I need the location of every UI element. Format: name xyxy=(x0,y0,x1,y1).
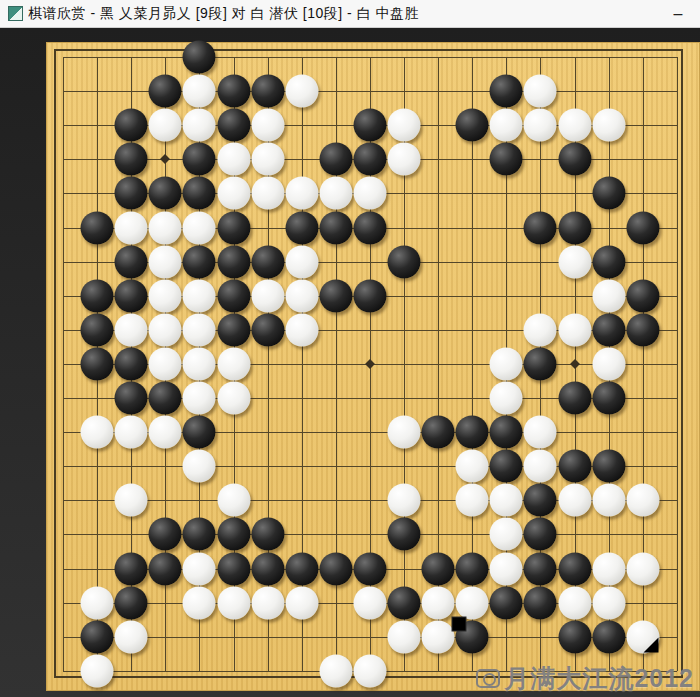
white-stone[interactable] xyxy=(388,416,421,449)
white-stone[interactable] xyxy=(217,586,250,619)
black-stone[interactable] xyxy=(592,313,625,346)
white-stone[interactable] xyxy=(285,245,318,278)
window-title: 棋谱欣赏 - 黑 乂菜月昴乂 [9段] 对 白 潜伏 [10段] - 白 中盘胜 xyxy=(28,5,419,23)
black-stone[interactable] xyxy=(592,620,625,653)
black-stone[interactable] xyxy=(251,75,284,108)
board-frame xyxy=(0,28,700,697)
black-stone[interactable] xyxy=(183,518,216,551)
black-stone[interactable] xyxy=(251,245,284,278)
white-stone[interactable] xyxy=(183,279,216,312)
black-stone[interactable] xyxy=(217,211,250,244)
white-stone[interactable] xyxy=(217,382,250,415)
black-stone[interactable] xyxy=(626,211,659,244)
black-stone[interactable] xyxy=(183,41,216,74)
white-stone[interactable] xyxy=(149,109,182,142)
black-stone[interactable] xyxy=(592,450,625,483)
white-stone[interactable] xyxy=(183,382,216,415)
black-stone[interactable] xyxy=(558,620,591,653)
black-stone[interactable] xyxy=(388,518,421,551)
white-stone[interactable] xyxy=(115,416,148,449)
black-stone[interactable] xyxy=(149,518,182,551)
white-stone[interactable] xyxy=(217,143,250,176)
black-stone[interactable] xyxy=(524,347,557,380)
white-stone[interactable] xyxy=(524,75,557,108)
black-stone[interactable] xyxy=(490,75,523,108)
white-stone[interactable] xyxy=(81,654,114,687)
black-stone[interactable] xyxy=(81,211,114,244)
white-stone[interactable] xyxy=(388,484,421,517)
black-stone[interactable] xyxy=(388,586,421,619)
white-stone[interactable] xyxy=(183,586,216,619)
black-stone[interactable] xyxy=(217,279,250,312)
black-stone[interactable] xyxy=(149,552,182,585)
black-stone[interactable] xyxy=(353,211,386,244)
black-stone[interactable] xyxy=(217,552,250,585)
white-stone[interactable] xyxy=(524,313,557,346)
white-stone[interactable] xyxy=(353,177,386,210)
watermark: 月满大江流2012 xyxy=(476,662,694,695)
white-stone[interactable] xyxy=(149,211,182,244)
black-stone[interactable] xyxy=(319,279,352,312)
black-stone[interactable] xyxy=(115,347,148,380)
black-stone[interactable] xyxy=(115,586,148,619)
black-stone[interactable] xyxy=(558,450,591,483)
black-stone[interactable] xyxy=(81,313,114,346)
black-stone[interactable] xyxy=(183,245,216,278)
white-stone[interactable] xyxy=(149,313,182,346)
black-stone[interactable] xyxy=(81,347,114,380)
camera-icon xyxy=(476,669,500,688)
white-stone[interactable] xyxy=(524,450,557,483)
black-stone[interactable] xyxy=(490,586,523,619)
black-stone[interactable] xyxy=(490,143,523,176)
black-stone[interactable] xyxy=(183,416,216,449)
white-stone[interactable] xyxy=(490,518,523,551)
black-stone[interactable] xyxy=(115,552,148,585)
black-stone[interactable] xyxy=(251,518,284,551)
black-stone[interactable] xyxy=(490,450,523,483)
black-stone[interactable] xyxy=(319,211,352,244)
white-stone[interactable] xyxy=(183,109,216,142)
black-stone[interactable] xyxy=(558,382,591,415)
white-stone[interactable] xyxy=(626,552,659,585)
white-stone[interactable] xyxy=(81,586,114,619)
white-stone[interactable] xyxy=(558,109,591,142)
app-window: { "window": { "title": "棋谱欣赏 - 黑 乂菜月昴乂 [… xyxy=(0,0,700,697)
white-stone[interactable] xyxy=(285,586,318,619)
white-stone[interactable] xyxy=(115,211,148,244)
black-stone[interactable] xyxy=(558,211,591,244)
watermark-text: 月满大江流2012 xyxy=(504,662,694,695)
black-stone[interactable] xyxy=(319,552,352,585)
white-stone[interactable] xyxy=(388,109,421,142)
white-stone[interactable] xyxy=(251,143,284,176)
white-stone[interactable] xyxy=(626,484,659,517)
black-stone[interactable] xyxy=(115,109,148,142)
white-stone[interactable] xyxy=(285,75,318,108)
black-stone[interactable] xyxy=(115,279,148,312)
white-stone[interactable] xyxy=(353,586,386,619)
white-stone[interactable] xyxy=(217,484,250,517)
white-stone[interactable] xyxy=(149,416,182,449)
white-stone[interactable] xyxy=(592,484,625,517)
black-stone[interactable] xyxy=(115,177,148,210)
black-stone[interactable] xyxy=(183,177,216,210)
black-stone[interactable] xyxy=(353,143,386,176)
white-stone[interactable] xyxy=(183,552,216,585)
white-stone[interactable] xyxy=(490,382,523,415)
black-stone[interactable] xyxy=(456,109,489,142)
black-stone[interactable] xyxy=(524,484,557,517)
black-stone[interactable] xyxy=(353,279,386,312)
white-stone[interactable] xyxy=(490,347,523,380)
white-stone[interactable] xyxy=(456,450,489,483)
black-stone[interactable] xyxy=(115,382,148,415)
black-stone[interactable] xyxy=(388,245,421,278)
black-stone[interactable] xyxy=(524,211,557,244)
white-stone[interactable] xyxy=(217,347,250,380)
black-stone[interactable] xyxy=(149,177,182,210)
black-stone[interactable] xyxy=(558,143,591,176)
white-stone[interactable] xyxy=(149,245,182,278)
white-stone[interactable] xyxy=(285,279,318,312)
black-stone[interactable] xyxy=(149,75,182,108)
white-stone[interactable] xyxy=(115,313,148,346)
black-stone[interactable] xyxy=(422,552,455,585)
black-stone[interactable] xyxy=(626,313,659,346)
white-stone[interactable] xyxy=(115,484,148,517)
minimize-button[interactable]: – xyxy=(664,1,692,27)
white-stone[interactable] xyxy=(592,552,625,585)
black-stone[interactable] xyxy=(285,211,318,244)
black-stone[interactable] xyxy=(524,518,557,551)
app-icon xyxy=(8,6,23,21)
white-stone[interactable] xyxy=(490,552,523,585)
black-stone[interactable] xyxy=(217,75,250,108)
black-stone[interactable] xyxy=(81,279,114,312)
go-board[interactable] xyxy=(46,42,700,691)
black-stone[interactable] xyxy=(490,416,523,449)
white-stone[interactable] xyxy=(251,586,284,619)
black-stone[interactable] xyxy=(456,552,489,585)
white-stone[interactable] xyxy=(183,347,216,380)
black-stone[interactable] xyxy=(353,109,386,142)
black-stone[interactable] xyxy=(558,552,591,585)
black-stone[interactable] xyxy=(456,416,489,449)
white-stone[interactable] xyxy=(592,586,625,619)
white-stone[interactable] xyxy=(592,109,625,142)
white-stone[interactable] xyxy=(490,484,523,517)
black-stone[interactable] xyxy=(285,552,318,585)
white-stone[interactable] xyxy=(217,177,250,210)
white-stone[interactable] xyxy=(524,416,557,449)
black-stone[interactable] xyxy=(251,552,284,585)
black-stone[interactable] xyxy=(353,552,386,585)
white-stone[interactable] xyxy=(388,620,421,653)
black-stone[interactable] xyxy=(217,245,250,278)
white-stone[interactable] xyxy=(558,484,591,517)
white-stone[interactable] xyxy=(626,620,659,653)
white-stone[interactable] xyxy=(149,347,182,380)
white-stone[interactable] xyxy=(183,313,216,346)
white-stone[interactable] xyxy=(183,211,216,244)
white-stone[interactable] xyxy=(422,620,455,653)
white-stone[interactable] xyxy=(456,484,489,517)
white-stone[interactable] xyxy=(319,654,352,687)
black-stone[interactable] xyxy=(626,279,659,312)
white-stone[interactable] xyxy=(456,586,489,619)
move-marker-square xyxy=(453,617,466,630)
black-stone[interactable] xyxy=(524,586,557,619)
white-stone[interactable] xyxy=(558,313,591,346)
white-stone[interactable] xyxy=(388,143,421,176)
black-stone[interactable] xyxy=(422,416,455,449)
white-stone[interactable] xyxy=(558,245,591,278)
black-stone[interactable] xyxy=(81,620,114,653)
black-stone[interactable] xyxy=(456,620,489,653)
white-stone[interactable] xyxy=(524,109,557,142)
white-stone[interactable] xyxy=(149,279,182,312)
white-stone[interactable] xyxy=(353,654,386,687)
white-stone[interactable] xyxy=(592,279,625,312)
white-stone[interactable] xyxy=(592,347,625,380)
white-stone[interactable] xyxy=(251,109,284,142)
black-stone[interactable] xyxy=(149,382,182,415)
white-stone[interactable] xyxy=(422,586,455,619)
white-stone[interactable] xyxy=(183,75,216,108)
black-stone[interactable] xyxy=(592,245,625,278)
grid-line xyxy=(677,57,678,671)
black-stone[interactable] xyxy=(592,177,625,210)
black-stone[interactable] xyxy=(183,143,216,176)
black-stone[interactable] xyxy=(217,518,250,551)
black-stone[interactable] xyxy=(251,313,284,346)
white-stone[interactable] xyxy=(115,620,148,653)
title-bar: 棋谱欣赏 - 黑 乂菜月昴乂 [9段] 对 白 潜伏 [10段] - 白 中盘胜… xyxy=(0,0,700,28)
black-stone[interactable] xyxy=(115,245,148,278)
move-marker-triangle xyxy=(643,637,658,652)
white-stone[interactable] xyxy=(490,109,523,142)
black-stone[interactable] xyxy=(524,552,557,585)
white-stone[interactable] xyxy=(251,279,284,312)
white-stone[interactable] xyxy=(251,177,284,210)
white-stone[interactable] xyxy=(285,313,318,346)
white-stone[interactable] xyxy=(319,177,352,210)
white-stone[interactable] xyxy=(558,586,591,619)
white-stone[interactable] xyxy=(285,177,318,210)
white-stone[interactable] xyxy=(183,450,216,483)
black-stone[interactable] xyxy=(217,109,250,142)
white-stone[interactable] xyxy=(81,416,114,449)
black-stone[interactable] xyxy=(115,143,148,176)
black-stone[interactable] xyxy=(217,313,250,346)
black-stone[interactable] xyxy=(592,382,625,415)
black-stone[interactable] xyxy=(319,143,352,176)
